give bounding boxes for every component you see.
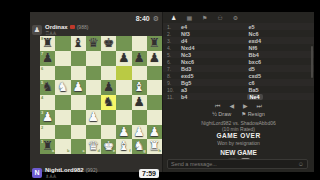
white-p-piece: ♟	[132, 125, 147, 140]
black-p-piece: ♟	[40, 51, 55, 66]
square-c8[interactable]: ♝	[71, 36, 86, 51]
player-bar: N NightLord982 (992) ♗ ♙♙ 7:59	[30, 166, 162, 180]
white-move[interactable]: Nf3	[179, 31, 247, 37]
white-n-piece: ♞	[132, 139, 147, 154]
square-a2[interactable]: 2	[40, 125, 55, 140]
move-number: 4.	[167, 45, 179, 51]
move-row: 9.Bg5c6	[163, 79, 314, 86]
black-move[interactable]: d5	[247, 66, 315, 72]
square-c3[interactable]	[71, 110, 86, 125]
white-move[interactable]: Nc3	[179, 52, 247, 58]
square-h6[interactable]	[147, 66, 162, 81]
square-d1[interactable]: d♛	[86, 139, 101, 154]
square-h2[interactable]: ♟	[147, 125, 162, 140]
flag-icon[interactable]: ⚑	[202, 15, 207, 21]
square-e5[interactable]: ♟	[101, 80, 116, 95]
black-move[interactable]: Nc6	[247, 31, 315, 37]
square-c5[interactable]: ♟	[71, 80, 86, 95]
white-move[interactable]: a3	[179, 87, 247, 93]
last-move-button[interactable]: ⏭	[257, 103, 262, 109]
top-clock-row: 8:40 ⚙	[30, 12, 162, 24]
square-f6[interactable]	[116, 66, 131, 81]
app-window: 8:40 ⚙ ♟ Ordinax (988) ♖ ♙♙ 8♜♝♛♚♜7♟♟♟♟6…	[30, 12, 314, 172]
square-e3[interactable]	[101, 110, 116, 125]
square-h8[interactable]: ♜	[147, 36, 162, 51]
square-g1[interactable]: g♞	[132, 139, 147, 154]
white-p-piece: ♟	[147, 125, 162, 140]
move-number: 10.	[167, 87, 179, 93]
move-row: 7.Bd3d5	[163, 65, 314, 72]
player-avatar: N	[32, 168, 42, 178]
black-move[interactable]: exd4	[247, 38, 315, 44]
black-k-piece: ♚	[101, 36, 116, 51]
square-a1[interactable]: 1a♜	[40, 139, 55, 154]
square-f1[interactable]: f♝	[116, 139, 131, 154]
square-c4[interactable]	[71, 95, 86, 110]
black-move[interactable]: c6	[247, 80, 315, 86]
square-c2[interactable]	[71, 125, 86, 140]
move-number: 1.	[167, 24, 179, 30]
white-move[interactable]: Nxd4	[179, 45, 247, 51]
white-move[interactable]: Bd3	[179, 66, 247, 72]
move-number: 7.	[167, 66, 179, 72]
resign-button[interactable]: ⚑ Resign	[241, 111, 265, 117]
move-nav: ⏮ ◀ ▶ ⏭	[163, 101, 314, 110]
white-move[interactable]: Bg5	[179, 80, 247, 86]
black-p-piece: ♟	[101, 80, 116, 95]
white-b-piece: ♝	[116, 139, 131, 154]
white-clock: 7:59	[139, 169, 159, 178]
square-g4[interactable]: ♟	[132, 95, 147, 110]
square-f2[interactable]: ♟	[116, 125, 131, 140]
square-a4[interactable]: 4	[40, 95, 55, 110]
move-row: 2.Nf3Nc6	[163, 30, 314, 37]
file-coordinate: b	[67, 149, 69, 153]
black-move[interactable]: Ba5	[247, 87, 315, 93]
result-line: Won by resignation	[169, 140, 308, 146]
square-f3[interactable]	[116, 110, 131, 125]
square-h7[interactable]: ♟	[147, 51, 162, 66]
square-b1[interactable]: b	[55, 139, 70, 154]
players-icon[interactable]: ⚇	[217, 15, 222, 21]
screen: 8:40 ⚙ ♟ Ordinax (988) ♖ ♙♙ 8♜♝♛♚♜7♟♟♟♟6…	[0, 0, 320, 180]
square-e1[interactable]: e♚	[101, 139, 116, 154]
white-b-piece: ♝	[132, 80, 147, 95]
white-p-piece: ♟	[40, 110, 55, 125]
black-p-piece: ♟	[147, 51, 162, 66]
move-row: 5.Nc3Bb4	[163, 51, 314, 58]
move-list: 1.e4e52.Nf3Nc63.d4exd44.Nxd4Nf65.Nc3Bb46…	[163, 23, 314, 100]
square-e6[interactable]	[101, 66, 116, 81]
square-a8[interactable]: 8♜	[40, 36, 55, 51]
square-b2[interactable]	[55, 125, 70, 140]
sidebar: ♟▦⚑⚇⚙ 1.e4e52.Nf3Nc63.d4exd44.Nxd4Nf65.N…	[162, 12, 314, 172]
square-g8[interactable]	[132, 36, 147, 51]
square-d7[interactable]	[86, 51, 101, 66]
black-r-piece: ♜	[40, 139, 55, 154]
square-d2[interactable]	[86, 125, 101, 140]
black-move[interactable]: Bb4	[247, 52, 315, 58]
pawn-logo-icon[interactable]: ♟	[171, 15, 176, 21]
black-p-piece: ♟	[132, 51, 147, 66]
move-row: 8.exd5cxd5	[163, 72, 314, 79]
square-b6[interactable]	[55, 66, 70, 81]
square-e8[interactable]: ♚	[101, 36, 116, 51]
chess-board: 8♜♝♛♚♜7♟♟♟♟65♞♞♟♟♝4♞♟3♟♟2♟♟♟1a♜bcd♛e♚f♝g…	[40, 36, 162, 154]
move-number: 9.	[167, 80, 179, 86]
rank-coordinate: 6	[41, 67, 43, 71]
move-row: 10.a3Ba5	[163, 86, 314, 93]
square-f4[interactable]	[116, 95, 131, 110]
white-r-piece: ♜	[147, 139, 162, 154]
game-area: 8:40 ⚙ ♟ Ordinax (988) ♖ ♙♙ 8♜♝♛♚♜7♟♟♟♟6…	[30, 12, 162, 172]
rank-coordinate: 4	[41, 96, 43, 100]
black-move[interactable]: e5	[247, 24, 315, 30]
square-f7[interactable]: ♟	[116, 51, 131, 66]
chat-bar[interactable]: Send a message... ☺	[167, 159, 308, 169]
prev-move-button[interactable]: ◀	[229, 103, 234, 109]
new-game-label[interactable]: NEW GAME	[169, 148, 308, 157]
move-row: 11.b4Ne4	[163, 93, 314, 100]
sidebar-scrollbar[interactable]	[311, 46, 313, 78]
black-r-piece: ♜	[40, 36, 55, 51]
square-c1[interactable]: c	[71, 139, 86, 154]
move-row: 3.d4exd4	[163, 37, 314, 44]
move-row: 1.e4e5	[163, 23, 314, 30]
move-number: 6.	[167, 59, 179, 65]
black-q-piece: ♛	[86, 36, 101, 51]
black-clock: 8:40	[136, 15, 150, 22]
game-actions: ½ Draw ⚑ Resign	[163, 110, 314, 118]
black-n-piece: ♞	[40, 80, 55, 95]
black-p-piece: ♟	[116, 51, 131, 66]
square-a7[interactable]: 7♟	[40, 51, 55, 66]
square-a3[interactable]: 3♟	[40, 110, 55, 125]
square-h1[interactable]: h♜	[147, 139, 162, 154]
square-f5[interactable]	[116, 80, 131, 95]
country-flag-icon	[70, 25, 75, 29]
square-e4[interactable]: ♞	[101, 95, 116, 110]
rank-coordinate: 2	[41, 126, 43, 130]
white-n-piece: ♞	[55, 80, 70, 95]
square-b4[interactable]	[55, 95, 70, 110]
settings-icon[interactable]: ⚙	[233, 15, 238, 21]
square-g3[interactable]	[132, 110, 147, 125]
square-d4[interactable]	[86, 95, 101, 110]
first-move-button[interactable]: ⏮	[215, 103, 220, 109]
white-move[interactable]: e4	[179, 24, 247, 30]
black-b-piece: ♝	[71, 36, 86, 51]
board-icon[interactable]: ▦	[186, 15, 192, 21]
gear-icon[interactable]: ⚙	[153, 15, 159, 22]
emoji-icon[interactable]: ☺	[298, 161, 304, 167]
square-a5[interactable]: 5♞	[40, 80, 55, 95]
square-d6[interactable]	[86, 66, 101, 81]
square-h5[interactable]	[147, 80, 162, 95]
square-h3[interactable]	[147, 110, 162, 125]
square-h4[interactable]	[147, 95, 162, 110]
black-move[interactable]: cxd5	[247, 73, 315, 79]
black-move[interactable]: Nf6	[247, 45, 315, 51]
white-move[interactable]: Nxc6	[179, 59, 247, 65]
white-q-piece: ♛	[86, 139, 101, 154]
black-p-piece: ♟	[132, 95, 147, 110]
square-b3[interactable]	[55, 110, 70, 125]
square-e2[interactable]	[101, 125, 116, 140]
move-row: 6.Nxc6bxc6	[163, 58, 314, 65]
white-p-piece: ♟	[71, 80, 86, 95]
white-k-piece: ♚	[101, 139, 116, 154]
square-g5[interactable]: ♝	[132, 80, 147, 95]
black-move[interactable]: bxc6	[247, 59, 315, 65]
black-move[interactable]: Ne4	[247, 94, 263, 100]
white-p-piece: ♟	[86, 110, 101, 125]
white-move[interactable]: d4	[179, 38, 247, 44]
white-p-piece: ♟	[116, 125, 131, 140]
square-f8[interactable]	[116, 36, 131, 51]
black-n-piece: ♞	[101, 95, 116, 110]
square-g2[interactable]: ♟	[132, 125, 147, 140]
square-e7[interactable]	[101, 51, 116, 66]
move-number: 8.	[167, 73, 179, 79]
square-g6[interactable]	[132, 66, 147, 81]
file-coordinate: c	[83, 149, 85, 153]
move-number: 11.	[167, 94, 179, 100]
player-captured-pieces: ♗ ♙♙	[45, 173, 56, 179]
draw-button[interactable]: ½ Draw	[212, 111, 231, 117]
square-c6[interactable]	[71, 66, 86, 81]
square-b5[interactable]: ♞	[55, 80, 70, 95]
square-a6[interactable]: 6	[40, 66, 55, 81]
game-over-heading: GAME OVER	[169, 132, 308, 140]
square-g7[interactable]: ♟	[132, 51, 147, 66]
opponent-avatar: ♟	[32, 25, 42, 35]
square-d3[interactable]: ♟	[86, 110, 101, 125]
white-move[interactable]: b4	[179, 94, 247, 100]
chat-input[interactable]: Send a message...	[171, 161, 298, 167]
sidebar-tab-bar: ♟▦⚑⚇⚙	[163, 12, 314, 23]
move-row: 4.Nxd4Nf6	[163, 44, 314, 51]
white-move[interactable]: exd5	[179, 73, 247, 79]
square-c7[interactable]	[71, 51, 86, 66]
square-b7[interactable]	[55, 51, 70, 66]
move-number: 3.	[167, 38, 179, 44]
square-d5[interactable]	[86, 80, 101, 95]
black-r-piece: ♜	[147, 36, 162, 51]
move-number: 2.	[167, 31, 179, 37]
next-move-button[interactable]: ▶	[243, 103, 248, 109]
square-d8[interactable]: ♛	[86, 36, 101, 51]
move-number: 5.	[167, 52, 179, 58]
opponent-player-bar: ♟ Ordinax (988) ♖ ♙♙	[30, 24, 162, 36]
square-b8[interactable]	[55, 36, 70, 51]
